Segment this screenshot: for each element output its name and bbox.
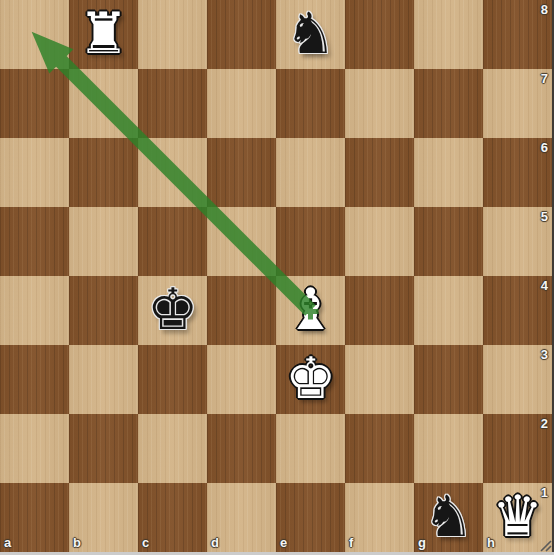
square-h7[interactable]: 7 [483, 69, 552, 138]
rank-label-2: 2 [541, 417, 548, 430]
square-g6[interactable] [414, 138, 483, 207]
square-f3[interactable] [345, 345, 414, 414]
square-g8[interactable] [414, 0, 483, 69]
piece-white-king-e3[interactable]: ♚ [276, 345, 345, 414]
square-h5[interactable]: 5 [483, 207, 552, 276]
square-h3[interactable]: 3 [483, 345, 552, 414]
square-a8[interactable] [0, 0, 69, 69]
file-label-a: a [4, 536, 11, 549]
square-a1[interactable]: a [0, 483, 69, 552]
square-b3[interactable] [69, 345, 138, 414]
piece-black-knight-g1[interactable]: ♞ [414, 483, 483, 552]
file-label-f: f [349, 536, 353, 549]
square-f2[interactable] [345, 414, 414, 483]
square-c3[interactable] [138, 345, 207, 414]
square-e1[interactable]: e [276, 483, 345, 552]
square-d2[interactable] [207, 414, 276, 483]
piece-white-rook-b8[interactable]: ♜ [69, 0, 138, 69]
square-c1[interactable]: c [138, 483, 207, 552]
file-label-e: e [280, 536, 287, 549]
square-b1[interactable]: b [69, 483, 138, 552]
rank-label-3: 3 [541, 348, 548, 361]
square-c2[interactable] [138, 414, 207, 483]
resize-handle-icon[interactable] [538, 538, 552, 552]
square-h8[interactable]: 8 [483, 0, 552, 69]
square-b5[interactable] [69, 207, 138, 276]
square-f8[interactable] [345, 0, 414, 69]
square-g3[interactable] [414, 345, 483, 414]
square-h6[interactable]: 6 [483, 138, 552, 207]
square-d7[interactable] [207, 69, 276, 138]
square-e2[interactable] [276, 414, 345, 483]
square-f4[interactable] [345, 276, 414, 345]
square-a5[interactable] [0, 207, 69, 276]
rank-label-5: 5 [541, 210, 548, 223]
square-g2[interactable] [414, 414, 483, 483]
square-d6[interactable] [207, 138, 276, 207]
square-a6[interactable] [0, 138, 69, 207]
square-c6[interactable] [138, 138, 207, 207]
square-a3[interactable] [0, 345, 69, 414]
square-c5[interactable] [138, 207, 207, 276]
square-b2[interactable] [69, 414, 138, 483]
square-c7[interactable] [138, 69, 207, 138]
rank-label-6: 6 [541, 141, 548, 154]
square-f1[interactable]: f [345, 483, 414, 552]
file-label-c: c [142, 536, 149, 549]
square-d1[interactable]: d [207, 483, 276, 552]
square-d5[interactable] [207, 207, 276, 276]
square-c8[interactable] [138, 0, 207, 69]
square-e6[interactable] [276, 138, 345, 207]
square-e7[interactable] [276, 69, 345, 138]
piece-white-bishop-e4[interactable]: ♝ [276, 276, 345, 345]
file-label-d: d [211, 536, 219, 549]
rank-label-7: 7 [541, 72, 548, 85]
square-f7[interactable] [345, 69, 414, 138]
square-a7[interactable] [0, 69, 69, 138]
square-b7[interactable] [69, 69, 138, 138]
square-d8[interactable] [207, 0, 276, 69]
square-d4[interactable] [207, 276, 276, 345]
square-a4[interactable] [0, 276, 69, 345]
square-h4[interactable]: 4 [483, 276, 552, 345]
rank-label-8: 8 [541, 3, 548, 16]
piece-black-knight-e8[interactable]: ♞ [276, 0, 345, 69]
piece-black-king-c4[interactable]: ♚ [138, 276, 207, 345]
board-editor-widget: 8765432abcdefg1h♜♞♚♝♚♞♛ [0, 0, 554, 555]
square-f5[interactable] [345, 207, 414, 276]
square-a2[interactable] [0, 414, 69, 483]
square-f6[interactable] [345, 138, 414, 207]
square-g4[interactable] [414, 276, 483, 345]
square-d3[interactable] [207, 345, 276, 414]
square-g7[interactable] [414, 69, 483, 138]
square-h2[interactable]: 2 [483, 414, 552, 483]
square-g5[interactable] [414, 207, 483, 276]
rank-label-4: 4 [541, 279, 548, 292]
chess-board[interactable]: 8765432abcdefg1h♜♞♚♝♚♞♛ [0, 0, 552, 552]
square-e5[interactable] [276, 207, 345, 276]
square-b6[interactable] [69, 138, 138, 207]
file-label-b: b [73, 536, 81, 549]
square-b4[interactable] [69, 276, 138, 345]
